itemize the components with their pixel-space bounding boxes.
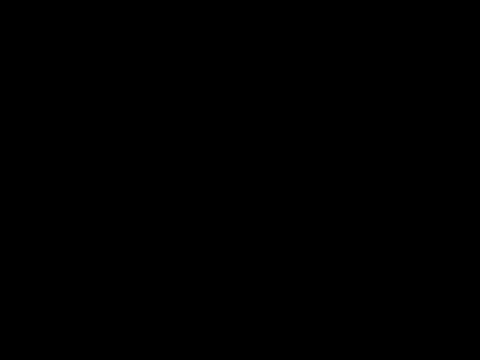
rank-label-right-6: 6 [77,54,86,71]
square-c8[interactable]: ♝ [59,110,422,129]
file-label-bottom-d: d [85,18,94,35]
rank-label-right-2: 2 [112,54,121,71]
rank-labels-right: 87654321 [59,54,422,72]
file-labels-top: abcdefgh [59,0,422,18]
square-b8[interactable]: ♞ [59,91,422,110]
black-pawn-d7[interactable]: ♟ [59,263,73,280]
square-e6[interactable]: ♟ [59,338,422,357]
black-pawn-a7[interactable]: ♟ [59,225,73,242]
file-label-top-g: g [107,0,116,17]
square-h7[interactable]: ♟ [59,319,422,338]
black-pawn-g7[interactable]: ♟ [59,301,73,318]
square-a7[interactable]: ♟ [59,224,422,243]
square-g7[interactable]: ♟ [59,300,422,319]
chess-board[interactable]: abcdefgh abcdefgh 87654321 87654321 ♜♞♝♛… [59,0,422,360]
square-d7[interactable]: ♟ [59,262,422,281]
rank-label-left-5: 5 [86,36,95,53]
square-f7[interactable]: ♟ [59,281,422,300]
file-label-bottom-g: g [107,18,116,35]
black-queen-d8[interactable]: ♛ [59,130,73,147]
file-label-top-e: e [94,0,103,17]
black-pawn-b7[interactable]: ♟ [59,244,73,261]
file-label-top-h: h [116,0,125,17]
black-knight-g8[interactable]: ♞ [59,187,73,204]
rank-label-left-8: 8 [59,36,68,53]
file-label-top-d: d [85,0,94,17]
rank-label-right-4: 4 [95,54,104,71]
black-rook-a8[interactable]: ♜ [59,73,73,90]
file-label-bottom-b: b [68,18,77,35]
square-g8[interactable]: ♞ [59,186,422,205]
file-label-bottom-a: a [59,18,68,35]
file-labels-bottom: abcdefgh [59,18,422,36]
square-f8[interactable]: ♝ [59,167,422,186]
black-knight-b8[interactable]: ♞ [59,92,73,109]
black-king-e8[interactable]: ♚ [59,149,73,166]
file-label-top-c: c [77,0,85,17]
video-frame: abcdefgh abcdefgh 87654321 87654321 ♜♞♝♛… [0,0,480,360]
file-label-top-b: b [68,0,77,17]
black-pawn-f7[interactable]: ♟ [59,282,73,299]
square-a8[interactable]: ♜ [59,72,422,91]
file-label-bottom-h: h [116,18,125,35]
rank-label-right-7: 7 [68,54,77,71]
file-label-top-a: a [59,0,68,17]
black-rook-h8[interactable]: ♜ [59,206,73,223]
square-b7[interactable]: ♟ [59,243,422,262]
rank-label-right-1: 1 [121,54,130,71]
rank-label-left-6: 6 [77,36,86,53]
rank-label-right-8: 8 [59,54,68,71]
file-label-bottom-c: c [77,18,85,35]
black-bishop-f8[interactable]: ♝ [59,168,73,185]
rank-label-left-2: 2 [112,36,121,53]
rank-label-left-4: 4 [95,36,104,53]
square-d8[interactable]: ♛ [59,129,422,148]
board-squares[interactable]: ♜♞♝♛♚♝♞♜♟♟♟♟♟♟♟♟♟♟♟♟♟♛♟♟♟♜♞♝♚♝♞♜ [59,72,422,360]
square-e8[interactable]: ♚ [59,148,422,167]
black-bishop-c8[interactable]: ♝ [59,111,73,128]
file-label-bottom-e: e [94,18,103,35]
black-pawn-e6[interactable]: ♟ [59,339,73,356]
rank-label-left-7: 7 [68,36,77,53]
rank-label-left-1: 1 [121,36,130,53]
square-h8[interactable]: ♜ [59,205,422,224]
rank-label-right-5: 5 [86,54,95,71]
rank-labels-left: 87654321 [59,36,422,54]
black-pawn-h7[interactable]: ♟ [59,320,73,337]
